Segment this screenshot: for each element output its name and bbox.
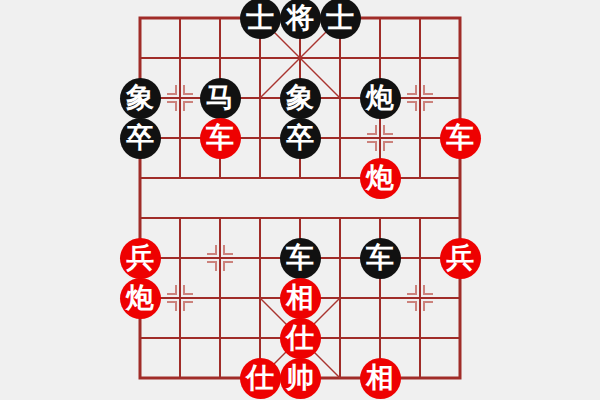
piece-black-advisor[interactable]: 士: [320, 0, 361, 39]
star-point-marker: [407, 302, 416, 311]
piece-black-advisor[interactable]: 士: [240, 0, 281, 39]
piece-black-elephant[interactable]: 象: [120, 78, 161, 119]
piece-black-chariot[interactable]: 车: [280, 238, 321, 279]
star-point-marker: [167, 102, 176, 111]
star-point-marker: [407, 285, 416, 294]
piece-red-chariot[interactable]: 车: [200, 118, 241, 159]
piece-black-cannon[interactable]: 炮: [360, 78, 401, 119]
piece-black-horse[interactable]: 马: [200, 78, 241, 119]
piece-red-cannon[interactable]: 炮: [360, 158, 401, 199]
piece-black-chariot[interactable]: 车: [360, 238, 401, 279]
star-point-marker: [224, 245, 233, 254]
star-point-marker: [167, 85, 176, 94]
star-point-marker: [424, 102, 433, 111]
star-point-marker: [184, 285, 193, 294]
piece-red-advisor[interactable]: 仕: [240, 358, 281, 399]
piece-black-pawn[interactable]: 卒: [120, 118, 161, 159]
star-point-marker: [424, 302, 433, 311]
star-point-marker: [407, 102, 416, 111]
star-point-marker: [207, 245, 216, 254]
piece-red-elephant[interactable]: 相: [360, 358, 401, 399]
star-point-marker: [184, 85, 193, 94]
piece-red-chariot[interactable]: 车: [440, 118, 481, 159]
star-point-marker: [424, 85, 433, 94]
star-point-marker: [224, 262, 233, 271]
star-point-marker: [407, 85, 416, 94]
star-point-marker: [167, 285, 176, 294]
star-point-marker: [384, 125, 393, 134]
piece-black-pawn[interactable]: 卒: [280, 118, 321, 159]
piece-black-elephant[interactable]: 象: [280, 78, 321, 119]
piece-red-general[interactable]: 帅: [280, 358, 321, 399]
star-point-marker: [424, 285, 433, 294]
piece-red-cannon[interactable]: 炮: [120, 278, 161, 319]
star-point-marker: [207, 262, 216, 271]
piece-black-general[interactable]: 将: [280, 0, 321, 39]
star-point-marker: [367, 125, 376, 134]
piece-red-advisor[interactable]: 仕: [280, 318, 321, 359]
star-point-marker: [167, 302, 176, 311]
star-point-marker: [384, 142, 393, 151]
piece-red-elephant[interactable]: 相: [280, 278, 321, 319]
xiangqi-board: 士将士象马象炮卒卒车车车车炮兵兵炮相仕仕帅相: [0, 0, 600, 400]
xiangqi-app-background: 士将士象马象炮卒卒车车车车炮兵兵炮相仕仕帅相: [0, 0, 600, 400]
piece-red-pawn[interactable]: 兵: [120, 238, 161, 279]
star-point-marker: [367, 142, 376, 151]
star-point-marker: [184, 302, 193, 311]
star-point-marker: [184, 102, 193, 111]
piece-red-pawn[interactable]: 兵: [440, 238, 481, 279]
